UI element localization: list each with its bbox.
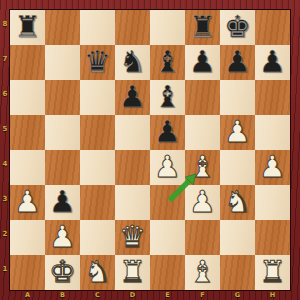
square-a4[interactable]: [10, 150, 45, 185]
piece-white-pawn[interactable]: ♟: [220, 115, 255, 150]
file-label-a: A: [10, 291, 45, 299]
piece-white-queen[interactable]: ♛: [115, 220, 150, 255]
square-d4[interactable]: [115, 150, 150, 185]
piece-black-pawn[interactable]: ♟: [220, 45, 255, 80]
piece-white-rook[interactable]: ♜: [255, 255, 290, 290]
piece-white-pawn[interactable]: ♟: [10, 185, 45, 220]
piece-black-king[interactable]: ♚: [220, 10, 255, 45]
file-label-h: H: [255, 291, 290, 299]
square-d3[interactable]: [115, 185, 150, 220]
square-e7[interactable]: ♝: [150, 45, 185, 80]
piece-black-pawn[interactable]: ♟: [115, 80, 150, 115]
square-b5[interactable]: [45, 115, 80, 150]
square-c1[interactable]: ♞: [80, 255, 115, 290]
square-e1[interactable]: [150, 255, 185, 290]
square-c4[interactable]: [80, 150, 115, 185]
square-a3[interactable]: ♟: [10, 185, 45, 220]
square-f6[interactable]: [185, 80, 220, 115]
piece-black-rook[interactable]: ♜: [185, 10, 220, 45]
square-h8[interactable]: [255, 10, 290, 45]
piece-white-pawn[interactable]: ♟: [150, 150, 185, 185]
file-label-c: C: [80, 291, 115, 299]
square-d5[interactable]: [115, 115, 150, 150]
square-g4[interactable]: [220, 150, 255, 185]
file-label-d: D: [115, 291, 150, 299]
square-b8[interactable]: [45, 10, 80, 45]
square-d2[interactable]: ♛: [115, 220, 150, 255]
rank-label-3: 3: [0, 195, 10, 204]
piece-black-pawn[interactable]: ♟: [255, 45, 290, 80]
square-a1[interactable]: [10, 255, 45, 290]
square-f7[interactable]: ♟: [185, 45, 220, 80]
piece-white-knight[interactable]: ♞: [80, 255, 115, 290]
piece-black-pawn[interactable]: ♟: [150, 115, 185, 150]
rank-label-1: 1: [0, 265, 10, 274]
square-d6[interactable]: ♟: [115, 80, 150, 115]
piece-white-rook[interactable]: ♜: [115, 255, 150, 290]
square-g7[interactable]: ♟: [220, 45, 255, 80]
rank-label-6: 6: [0, 90, 10, 99]
square-b6[interactable]: [45, 80, 80, 115]
square-c7[interactable]: ♛: [80, 45, 115, 80]
square-h2[interactable]: [255, 220, 290, 255]
square-a5[interactable]: [10, 115, 45, 150]
piece-white-bishop[interactable]: ♝: [185, 255, 220, 290]
square-f3[interactable]: ♟: [185, 185, 220, 220]
rank-label-2: 2: [0, 230, 10, 239]
square-c8[interactable]: [80, 10, 115, 45]
square-d8[interactable]: [115, 10, 150, 45]
square-f5[interactable]: [185, 115, 220, 150]
file-label-f: F: [185, 291, 220, 299]
rank-label-8: 8: [0, 20, 10, 29]
chess-board: ♜♜♚♛♞♝♟♟♟♟♝♟♟♟♝♟♟♟♟♞♟♛♚♞♜♝♜: [10, 10, 290, 290]
square-f2[interactable]: [185, 220, 220, 255]
square-d1[interactable]: ♜: [115, 255, 150, 290]
square-h6[interactable]: [255, 80, 290, 115]
square-b2[interactable]: ♟: [45, 220, 80, 255]
square-c5[interactable]: [80, 115, 115, 150]
square-a8[interactable]: ♜: [10, 10, 45, 45]
piece-white-pawn[interactable]: ♟: [185, 185, 220, 220]
square-f4[interactable]: ♝: [185, 150, 220, 185]
square-a7[interactable]: [10, 45, 45, 80]
piece-black-bishop[interactable]: ♝: [150, 80, 185, 115]
piece-black-pawn[interactable]: ♟: [45, 185, 80, 220]
square-h4[interactable]: ♟: [255, 150, 290, 185]
file-label-b: B: [45, 291, 80, 299]
square-g1[interactable]: [220, 255, 255, 290]
square-b1[interactable]: ♚: [45, 255, 80, 290]
piece-black-pawn[interactable]: ♟: [185, 45, 220, 80]
square-h1[interactable]: ♜: [255, 255, 290, 290]
square-f1[interactable]: ♝: [185, 255, 220, 290]
piece-white-pawn[interactable]: ♟: [255, 150, 290, 185]
square-g5[interactable]: ♟: [220, 115, 255, 150]
chess-board-frame: ♜♜♚♛♞♝♟♟♟♟♝♟♟♟♝♟♟♟♟♞♟♛♚♞♜♝♜ 87654321ABCD…: [0, 0, 300, 300]
piece-white-knight[interactable]: ♞: [220, 185, 255, 220]
square-g2[interactable]: [220, 220, 255, 255]
square-b3[interactable]: ♟: [45, 185, 80, 220]
piece-black-knight[interactable]: ♞: [115, 45, 150, 80]
square-c3[interactable]: [80, 185, 115, 220]
square-b7[interactable]: [45, 45, 80, 80]
piece-white-pawn[interactable]: ♟: [45, 220, 80, 255]
rank-label-7: 7: [0, 55, 10, 64]
square-b4[interactable]: [45, 150, 80, 185]
piece-black-rook[interactable]: ♜: [10, 10, 45, 45]
square-e5[interactable]: ♟: [150, 115, 185, 150]
piece-black-queen[interactable]: ♛: [80, 45, 115, 80]
square-e3[interactable]: [150, 185, 185, 220]
square-c2[interactable]: [80, 220, 115, 255]
rank-label-4: 4: [0, 160, 10, 169]
square-f8[interactable]: ♜: [185, 10, 220, 45]
file-label-g: G: [220, 291, 255, 299]
square-e8[interactable]: [150, 10, 185, 45]
rank-label-5: 5: [0, 125, 10, 134]
square-d7[interactable]: ♞: [115, 45, 150, 80]
piece-black-bishop[interactable]: ♝: [150, 45, 185, 80]
square-c6[interactable]: [80, 80, 115, 115]
square-e4[interactable]: ♟: [150, 150, 185, 185]
square-g8[interactable]: ♚: [220, 10, 255, 45]
square-e6[interactable]: ♝: [150, 80, 185, 115]
square-g6[interactable]: [220, 80, 255, 115]
file-label-e: E: [150, 291, 185, 299]
square-h3[interactable]: [255, 185, 290, 220]
square-a6[interactable]: [10, 80, 45, 115]
piece-white-bishop[interactable]: ♝: [185, 150, 220, 185]
square-e2[interactable]: [150, 220, 185, 255]
square-h7[interactable]: ♟: [255, 45, 290, 80]
piece-white-king[interactable]: ♚: [45, 255, 80, 290]
square-g3[interactable]: ♞: [220, 185, 255, 220]
square-a2[interactable]: [10, 220, 45, 255]
square-h5[interactable]: [255, 115, 290, 150]
